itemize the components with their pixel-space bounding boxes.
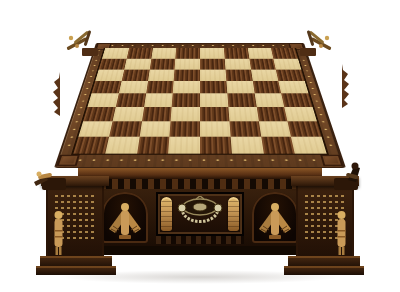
- standing-mummy-figure-left: [52, 210, 65, 256]
- square-e8: [200, 48, 224, 58]
- square-c3: [142, 107, 172, 121]
- drawer-handle: [170, 196, 230, 232]
- square-e1: [200, 137, 232, 154]
- square-b6: [121, 69, 149, 81]
- square-b1: [105, 137, 139, 154]
- square-d5: [173, 81, 200, 93]
- foot-left-lower-step: [36, 266, 116, 275]
- corner-ornament-top-right: [298, 26, 336, 64]
- square-f8: [224, 48, 249, 58]
- square-b3: [112, 107, 143, 121]
- winged-isis-figure-left: [105, 199, 145, 241]
- square-e4: [200, 93, 228, 106]
- dentil-molding: [88, 179, 312, 189]
- square-f2: [229, 121, 261, 137]
- square-c5: [146, 81, 174, 93]
- square-b5: [119, 81, 148, 93]
- square-d7: [175, 59, 200, 70]
- chess-table-photo: [0, 0, 400, 292]
- chessboard-grid: [73, 48, 326, 153]
- square-b7: [124, 59, 151, 70]
- brass-studs-top: [111, 45, 289, 46]
- square-h2: [288, 121, 322, 137]
- edge-ornament-left: [48, 72, 64, 116]
- square-g2: [258, 121, 291, 137]
- square-c6: [148, 69, 175, 81]
- square-a2: [78, 121, 112, 137]
- square-f6: [225, 69, 252, 81]
- arched-niche-left: [102, 192, 148, 243]
- square-a1: [73, 137, 108, 154]
- square-g7: [249, 59, 276, 70]
- square-d1: [168, 137, 200, 154]
- square-a3: [83, 107, 115, 121]
- square-g5: [252, 81, 281, 93]
- square-e2: [200, 121, 230, 137]
- square-d2: [170, 121, 200, 137]
- base-apron: [94, 189, 306, 246]
- hieroglyph-line: [305, 207, 345, 209]
- square-h4: [281, 93, 312, 106]
- square-e7: [200, 59, 225, 70]
- square-g4: [254, 93, 284, 106]
- square-a5: [92, 81, 122, 93]
- square-d3: [171, 107, 200, 121]
- square-f7: [224, 59, 250, 70]
- square-c8: [151, 48, 176, 58]
- square-b2: [109, 121, 142, 137]
- square-h1: [291, 137, 326, 154]
- hieroglyph-line: [305, 201, 345, 203]
- square-b8: [127, 48, 153, 58]
- square-f1: [230, 137, 263, 154]
- square-g6: [251, 69, 279, 81]
- arched-niche-right: [252, 192, 298, 243]
- square-g1: [261, 137, 295, 154]
- hieroglyph-line: [55, 201, 95, 203]
- square-e3: [200, 107, 229, 121]
- frame-corner-step-bottom-left: [57, 155, 80, 166]
- drawer-front: [156, 192, 244, 236]
- hieroglyph-line: [55, 207, 95, 209]
- square-b4: [116, 93, 146, 106]
- square-f4: [227, 93, 256, 106]
- square-c1: [137, 137, 170, 154]
- edge-ornament-right: [338, 64, 354, 108]
- winged-isis-figure-right: [255, 199, 295, 241]
- square-d8: [176, 48, 200, 58]
- frame-corner-step-bottom-right: [320, 155, 343, 166]
- brass-studs-bottom: [78, 159, 322, 161]
- standing-mummy-figure-right: [335, 210, 348, 256]
- foot-right-lower-step: [284, 266, 364, 275]
- square-c4: [144, 93, 173, 106]
- square-f3: [228, 107, 258, 121]
- square-h8: [271, 48, 298, 58]
- square-g3: [256, 107, 287, 121]
- corner-ornament-top-left: [62, 26, 100, 64]
- square-a4: [87, 93, 118, 106]
- square-c2: [139, 121, 171, 137]
- square-a7: [99, 59, 127, 70]
- square-e5: [200, 81, 227, 93]
- square-d6: [174, 69, 200, 81]
- square-g8: [247, 48, 273, 58]
- square-h6: [276, 69, 305, 81]
- corner-carving-left: [32, 164, 66, 196]
- square-a8: [102, 48, 129, 58]
- base-lower-rail: [100, 246, 300, 255]
- square-e6: [200, 69, 226, 81]
- square-h3: [284, 107, 316, 121]
- square-d4: [172, 93, 200, 106]
- square-c7: [149, 59, 175, 70]
- square-h5: [279, 81, 309, 93]
- fretwork-strip: [156, 236, 244, 244]
- square-a6: [95, 69, 124, 81]
- square-f5: [226, 81, 254, 93]
